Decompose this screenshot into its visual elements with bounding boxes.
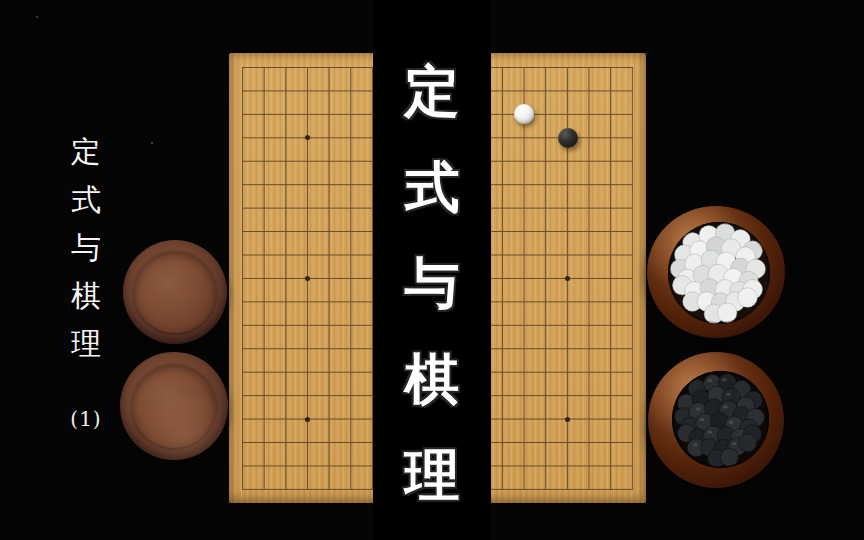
side-title-char: 棋 [71,281,101,311]
black-stone-bowl-opening [672,371,769,468]
closed-go-bowl-upper [123,240,227,344]
white-stones-pile-graphic [668,222,770,324]
star-point [565,276,570,281]
star-point [305,135,310,140]
banner-char: 定 [405,64,460,119]
black-stones-pile-graphic [672,371,769,468]
star-point [305,276,310,281]
side-title-char: 式 [71,185,101,215]
white-stone-bowl-opening [668,222,770,324]
side-title-char: 理 [71,329,101,359]
side-title-char: 与 [71,233,101,263]
episode-label: (1) [70,407,101,431]
white-stone-O17 [514,104,534,124]
black-stone-bowl [648,352,784,488]
video-frame: 定 式 与 棋 理 定 式 与 棋 理 (1) [0,0,864,540]
side-title: 定 式 与 棋 理 (1) [64,137,108,431]
banner-char: 理 [405,448,460,503]
banner-char: 棋 [405,352,460,407]
dust-speck [36,16,38,18]
title-banner: 定 式 与 棋 理 [373,0,491,540]
star-point [305,417,310,422]
banner-char: 式 [405,160,460,215]
star-point [565,417,570,422]
dust-speck [151,142,153,144]
black-stone-Q16 [558,128,578,148]
side-title-char: 定 [71,137,101,167]
white-stone-bowl [647,206,785,338]
closed-go-bowl-lower [120,352,228,460]
banner-char: 与 [405,256,460,311]
